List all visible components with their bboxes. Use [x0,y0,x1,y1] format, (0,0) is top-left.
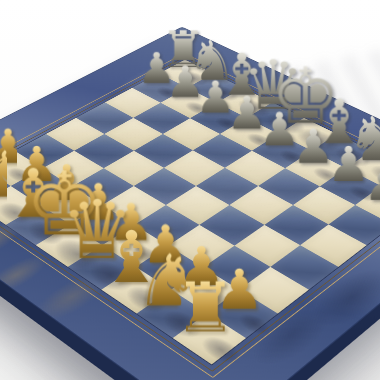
pawn-glyph: ♟ [363,158,380,207]
square-h5[interactable] [300,225,366,267]
square-h4[interactable] [271,245,339,289]
piece-black-pawn[interactable]: ♟ [348,158,380,207]
square-g6[interactable] [292,186,355,225]
square-h6[interactable] [329,205,380,245]
chess-set-photo: ♜♞♟♝♟♛♟♚♟♝♟♞♟♟♜♟♟♜♟♟♞♟♝♟♚♟♛♟♝♟♞♜ [0,0,380,380]
square-g5[interactable] [264,205,329,245]
piece-white-rook[interactable]: ♜ [163,274,248,342]
square-f5[interactable] [229,186,292,225]
chess-board: ♜♞♟♝♟♛♟♚♟♝♟♞♟♟♜♟♟♜♟♟♞♟♝♟♚♟♛♟♝♟♞♜ [0,27,380,380]
rook-glyph: ♜ [175,274,236,342]
